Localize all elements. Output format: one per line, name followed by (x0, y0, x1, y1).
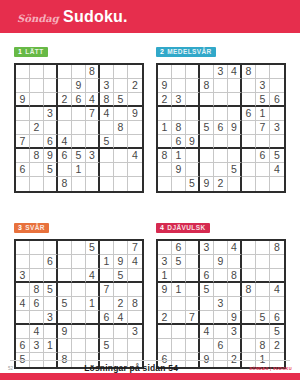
sudoku-cell: 6 (270, 311, 284, 325)
sudoku-cell (158, 107, 172, 121)
sudoku-cell: 8 (270, 241, 284, 255)
sudoku-cell: 6 (256, 149, 270, 163)
sudoku-cell: 9 (114, 255, 128, 269)
puzzle-number: 1 (18, 48, 22, 55)
sudoku-cell: 6 (172, 241, 186, 255)
sudoku-cell (30, 177, 44, 191)
sudoku-cell (186, 325, 200, 339)
sudoku-cell: 6 (16, 339, 30, 353)
sudoku-cell (86, 177, 100, 191)
sudoku-cell (128, 339, 142, 353)
sudoku-cell (270, 79, 284, 93)
sudoku-cell (242, 177, 256, 191)
sudoku-cell: 3 (44, 107, 58, 121)
sudoku-cell (256, 255, 270, 269)
sudoku-cell (114, 149, 128, 163)
sudoku-cell (228, 255, 242, 269)
sudoku-cell (86, 135, 100, 149)
sudoku-cell: 1 (86, 297, 100, 311)
sudoku-cell: 2 (158, 93, 172, 107)
sudoku-cell (72, 311, 86, 325)
sudoku-cell (172, 79, 186, 93)
sudoku-cell: 9 (16, 93, 30, 107)
sudoku-cell: 3 (16, 269, 30, 283)
sudoku-cell: 5 (270, 149, 284, 163)
sudoku-cell: 9 (172, 163, 186, 177)
sudoku-page: Söndag Sudoku. 1 LÄTT 893292648537492876… (0, 0, 300, 380)
sudoku-cell (114, 163, 128, 177)
sudoku-cell (44, 241, 58, 255)
sudoku-cell (242, 149, 256, 163)
sudoku-cell (172, 297, 186, 311)
sudoku-cell: 3 (128, 325, 142, 339)
sudoku-cell: 4 (270, 163, 284, 177)
sudoku-cell: 3 (270, 121, 284, 135)
sudoku-cell: 4 (228, 241, 242, 255)
sudoku-cell (214, 79, 228, 93)
sudoku-cell (242, 255, 256, 269)
sudoku-cell (58, 121, 72, 135)
sudoku-cell (228, 297, 242, 311)
sudoku-cell (200, 65, 214, 79)
sudoku-cell: 4 (270, 283, 284, 297)
sudoku-cell (114, 325, 128, 339)
puzzle-difficulty-label: SVÅR (25, 224, 45, 231)
sudoku-cell (100, 163, 114, 177)
sudoku-cell: 8 (172, 121, 186, 135)
sudoku-cell: 6 (72, 93, 86, 107)
sudoku-cell (58, 255, 72, 269)
sudoku-cell (158, 325, 172, 339)
bottom-red-bar (0, 373, 300, 380)
sudoku-cell (242, 93, 256, 107)
sudoku-cell (256, 65, 270, 79)
sudoku-cell (72, 65, 86, 79)
sudoku-cell: 1 (72, 163, 86, 177)
puzzle-row-top: 1 LÄTT 893292648537492876458965346518 2 … (0, 40, 300, 193)
sudoku-cell: 2 (270, 339, 284, 353)
sudoku-cell (186, 297, 200, 311)
sudoku-cell (100, 65, 114, 79)
sudoku-cell (30, 255, 44, 269)
sudoku-cell (72, 121, 86, 135)
sudoku-cell (30, 163, 44, 177)
puzzle-number: 4 (160, 224, 164, 231)
sudoku-cell (128, 311, 142, 325)
sudoku-cell (158, 135, 172, 149)
sudoku-cell (30, 241, 44, 255)
sudoku-cell: 4 (100, 107, 114, 121)
sudoku-cell (58, 65, 72, 79)
sudoku-cell: 1 (44, 339, 58, 353)
sudoku-cell (256, 269, 270, 283)
sudoku-cell (200, 149, 214, 163)
sudoku-cell (114, 283, 128, 297)
sudoku-cell: 5 (100, 135, 114, 149)
sudoku-cell: 3 (30, 339, 44, 353)
sudoku-cell: 8 (200, 79, 214, 93)
sudoku-cell: 4 (200, 325, 214, 339)
sudoku-cell (186, 93, 200, 107)
puzzle-difficulty-label: LÄTT (25, 48, 43, 55)
sudoku-cell: 3 (228, 325, 242, 339)
sudoku-cell (58, 339, 72, 353)
footer-divider (10, 360, 290, 361)
sudoku-cell (242, 339, 256, 353)
sudoku-cell (256, 325, 270, 339)
sudoku-cell: 9 (128, 107, 142, 121)
sudoku-cell (200, 107, 214, 121)
sudoku-cell: 5 (200, 121, 214, 135)
sudoku-cell (200, 339, 214, 353)
sudoku-cell (44, 93, 58, 107)
sudoku-cell (72, 241, 86, 255)
sudoku-cell: 5 (114, 269, 128, 283)
sudoku-cell (228, 135, 242, 149)
sudoku-cell (214, 241, 228, 255)
sudoku-cell (114, 135, 128, 149)
sudoku-cell (172, 65, 186, 79)
sudoku-cell (16, 65, 30, 79)
sudoku-cell (242, 269, 256, 283)
sudoku-cell (72, 325, 86, 339)
sudoku-cell: 8 (58, 177, 72, 191)
sudoku-cell: 9 (200, 177, 214, 191)
sudoku-cell (172, 107, 186, 121)
sudoku-cell: 4 (86, 93, 100, 107)
sudoku-cell (86, 283, 100, 297)
sudoku-cell: 5 (200, 283, 214, 297)
puzzle-4-djavulsk: 4 DJÄVULSK 63483591689158432795643568269… (156, 216, 286, 369)
sudoku-grid-3: 576194345857465128364493631558 (14, 239, 144, 369)
sudoku-cell (200, 311, 214, 325)
sudoku-cell (172, 339, 186, 353)
sudoku-cell (86, 325, 100, 339)
sudoku-cell (242, 135, 256, 149)
sudoku-cell: 8 (242, 65, 256, 79)
sudoku-cell: 9 (228, 311, 242, 325)
sudoku-cell: 8 (86, 65, 100, 79)
sudoku-cell (214, 107, 228, 121)
sudoku-cell: 8 (228, 269, 242, 283)
sudoku-cell (100, 297, 114, 311)
sudoku-cell: 6 (44, 135, 58, 149)
sudoku-cell: 1 (100, 255, 114, 269)
sudoku-cell: 5 (270, 325, 284, 339)
sudoku-cell (100, 325, 114, 339)
difficulty-badge-4: 4 DJÄVULSK (156, 223, 210, 233)
sudoku-cell: 9 (186, 135, 200, 149)
sudoku-cell (114, 241, 128, 255)
sudoku-cell: 4 (30, 325, 44, 339)
sudoku-cell (128, 93, 142, 107)
sudoku-cell (172, 269, 186, 283)
sudoku-cell: 6 (242, 107, 256, 121)
sudoku-cell (16, 325, 30, 339)
sudoku-cell (186, 163, 200, 177)
sudoku-cell: 5 (256, 311, 270, 325)
sudoku-cell (16, 107, 30, 121)
sudoku-cell (228, 107, 242, 121)
difficulty-badge-2: 2 MEDELSVÅR (156, 47, 216, 57)
solutions-text: Lösningar på sidan 54 (84, 363, 178, 373)
sudoku-cell (86, 163, 100, 177)
sudoku-cell (256, 283, 270, 297)
sudoku-cell: 7 (100, 283, 114, 297)
sudoku-cell (114, 177, 128, 191)
sudoku-cell: 6 (172, 135, 186, 149)
sudoku-cell: 8 (128, 297, 142, 311)
sudoku-cell (128, 121, 142, 135)
sudoku-cell: 4 (128, 149, 142, 163)
sudoku-cell (256, 135, 270, 149)
sudoku-cell (200, 255, 214, 269)
sudoku-cell: 4 (128, 255, 142, 269)
edition-text: SÖNDAG | SUDOKU (249, 366, 292, 371)
sudoku-cell: 5 (72, 149, 86, 163)
sudoku-cell (16, 149, 30, 163)
sudoku-cell: 3 (172, 93, 186, 107)
sudoku-cell (114, 65, 128, 79)
sudoku-cell (100, 121, 114, 135)
sudoku-cell: 5 (228, 163, 242, 177)
sudoku-cell (242, 325, 256, 339)
sudoku-cell (58, 311, 72, 325)
sudoku-cell: 4 (86, 269, 100, 283)
sudoku-cell (270, 255, 284, 269)
logo-script-text: Söndag (17, 13, 59, 24)
sudoku-grid-1: 893292648537492876458965346518 (14, 63, 144, 193)
sudoku-cell: 2 (214, 177, 228, 191)
sudoku-cell (128, 177, 142, 191)
sudoku-cell: 8 (100, 93, 114, 107)
sudoku-cell (186, 149, 200, 163)
sudoku-cell (114, 79, 128, 93)
sudoku-cell: 4 (16, 297, 30, 311)
sudoku-cell (72, 255, 86, 269)
sudoku-cell (86, 339, 100, 353)
puzzle-2-medelsvar: 2 MEDELSVÅR 3489832356611856973698165954… (156, 40, 286, 193)
sudoku-cell (200, 93, 214, 107)
sudoku-cell (228, 283, 242, 297)
sudoku-cell (16, 79, 30, 93)
sudoku-cell (242, 297, 256, 311)
sudoku-cell: 9 (58, 325, 72, 339)
sudoku-cell (72, 269, 86, 283)
sudoku-cell (100, 177, 114, 191)
sudoku-cell: 9 (158, 79, 172, 93)
puzzle-difficulty-label: MEDELSVÅR (167, 48, 211, 55)
sudoku-cell: 2 (114, 297, 128, 311)
sudoku-cell: 6 (200, 269, 214, 283)
sudoku-cell (58, 163, 72, 177)
sudoku-cell (158, 339, 172, 353)
sudoku-cell (16, 177, 30, 191)
sudoku-cell: 8 (256, 339, 270, 353)
sudoku-cell: 9 (44, 149, 58, 163)
sudoku-cell (186, 241, 200, 255)
sudoku-cell: 3 (256, 79, 270, 93)
sudoku-cell: 9 (214, 255, 228, 269)
sudoku-cell (30, 269, 44, 283)
sudoku-cell (228, 339, 242, 353)
puzzle-row-bottom: 3 SVÅR 576194345857465128364493631558 4 … (0, 216, 300, 369)
sudoku-cell: 5 (86, 241, 100, 255)
sudoku-cell (270, 65, 284, 79)
sudoku-cell (158, 297, 172, 311)
sudoku-cell (214, 163, 228, 177)
sudoku-cell: 1 (158, 121, 172, 135)
sudoku-cell: 8 (158, 149, 172, 163)
sudoku-cell (214, 311, 228, 325)
sudoku-cell: 5 (58, 297, 72, 311)
sudoku-cell (158, 241, 172, 255)
sudoku-cell (58, 107, 72, 121)
sudoku-cell: 7 (86, 107, 100, 121)
sudoku-cell (128, 283, 142, 297)
sudoku-cell (214, 325, 228, 339)
sudoku-cell: 9 (228, 121, 242, 135)
sudoku-cell: 8 (242, 283, 256, 297)
sudoku-cell (114, 339, 128, 353)
sudoku-cell: 4 (228, 65, 242, 79)
sudoku-cell (16, 121, 30, 135)
sudoku-cell: 8 (30, 149, 44, 163)
sudoku-cell: 6 (44, 255, 58, 269)
sudoku-cell (44, 177, 58, 191)
sudoku-cell (72, 297, 86, 311)
sudoku-cell: 7 (16, 135, 30, 149)
sudoku-cell (16, 241, 30, 255)
sudoku-cell (100, 269, 114, 283)
sudoku-cell (172, 325, 186, 339)
sudoku-cell (186, 65, 200, 79)
sudoku-cell (270, 135, 284, 149)
puzzle-1-latt: 1 LÄTT 893292648537492876458965346518 (14, 40, 144, 193)
sudoku-cell (44, 297, 58, 311)
sudoku-cell (186, 255, 200, 269)
sudoku-cell (128, 269, 142, 283)
sudoku-cell (58, 241, 72, 255)
sudoku-cell (214, 269, 228, 283)
sudoku-cell (256, 177, 270, 191)
sudoku-cell (172, 177, 186, 191)
sudoku-cell: 6 (214, 339, 228, 353)
sudoku-cell (270, 107, 284, 121)
sudoku-cell: 9 (72, 79, 86, 93)
sudoku-cell (86, 255, 100, 269)
sudoku-cell (214, 135, 228, 149)
sudoku-cell (86, 311, 100, 325)
sudoku-cell (200, 297, 214, 311)
sudoku-cell: 7 (128, 241, 142, 255)
sudoku-cell: 7 (186, 311, 200, 325)
sudoku-cell (44, 269, 58, 283)
sudoku-cell (242, 121, 256, 135)
sudoku-cell: 6 (100, 311, 114, 325)
sudoku-cell (242, 163, 256, 177)
sudoku-cell (214, 283, 228, 297)
sudoku-cell (128, 65, 142, 79)
sudoku-cell: 6 (30, 297, 44, 311)
sudoku-cell (58, 79, 72, 93)
sudoku-cell (30, 311, 44, 325)
sudoku-cell (16, 283, 30, 297)
sudoku-cell: 1 (172, 149, 186, 163)
sudoku-cell: 3 (100, 79, 114, 93)
sudoku-cell (228, 79, 242, 93)
sudoku-cell (270, 269, 284, 283)
sudoku-cell (86, 79, 100, 93)
sudoku-cell (100, 241, 114, 255)
sudoku-cell (186, 121, 200, 135)
sudoku-cell (72, 177, 86, 191)
sudoku-cell (44, 121, 58, 135)
sudoku-cell (186, 79, 200, 93)
sudoku-cell (242, 241, 256, 255)
sudoku-cell: 5 (114, 93, 128, 107)
sudoku-cell (228, 149, 242, 163)
sudoku-cell (242, 79, 256, 93)
sudoku-cell: 6 (214, 121, 228, 135)
sudoku-cell: 4 (114, 311, 128, 325)
sudoku-cell: 8 (30, 283, 44, 297)
sudoku-cell (158, 163, 172, 177)
sudoku-cell (200, 163, 214, 177)
sudoku-cell (256, 297, 270, 311)
sudoku-cell: 9 (158, 283, 172, 297)
sudoku-cell: 5 (186, 177, 200, 191)
sudoku-cell (72, 339, 86, 353)
difficulty-badge-1: 1 LÄTT (14, 47, 48, 57)
page-number: 52 (8, 366, 13, 371)
sudoku-cell (44, 65, 58, 79)
sudoku-cell (30, 107, 44, 121)
sudoku-cell (86, 121, 100, 135)
sudoku-cell (172, 311, 186, 325)
sudoku-cell (186, 269, 200, 283)
sudoku-cell: 5 (44, 283, 58, 297)
sudoku-cell (30, 135, 44, 149)
sudoku-cell (72, 107, 86, 121)
sudoku-cell (214, 93, 228, 107)
sudoku-cell: 3 (158, 255, 172, 269)
sudoku-cell (58, 283, 72, 297)
sudoku-cell (214, 149, 228, 163)
logo-main-text: Sudoku. (63, 8, 128, 25)
sudoku-cell: 2 (30, 121, 44, 135)
sudoku-cell (256, 241, 270, 255)
difficulty-badge-3: 3 SVÅR (14, 223, 49, 233)
sudoku-cell: 3 (44, 311, 58, 325)
sudoku-grid-2: 3489832356611856973698165954592 (156, 63, 286, 193)
sudoku-cell: 2 (158, 311, 172, 325)
sudoku-cell: 5 (100, 339, 114, 353)
sudoku-cell (72, 135, 86, 149)
sudoku-cell (30, 65, 44, 79)
sudoku-grid-4: 6348359168915843279564356826921 (156, 239, 286, 369)
sudoku-cell: 4 (58, 135, 72, 149)
sudoku-cell (30, 93, 44, 107)
sudoku-cell: 5 (44, 163, 58, 177)
sudoku-cell (256, 163, 270, 177)
sudoku-cell: 5 (256, 93, 270, 107)
puzzle-number: 3 (18, 224, 22, 231)
sudoku-cell (186, 339, 200, 353)
footer: 52 Lösningar på sidan 54 SÖNDAG | SUDOKU (0, 360, 300, 373)
sudoku-cell: 2 (128, 79, 142, 93)
sudoku-cell: 8 (114, 121, 128, 135)
